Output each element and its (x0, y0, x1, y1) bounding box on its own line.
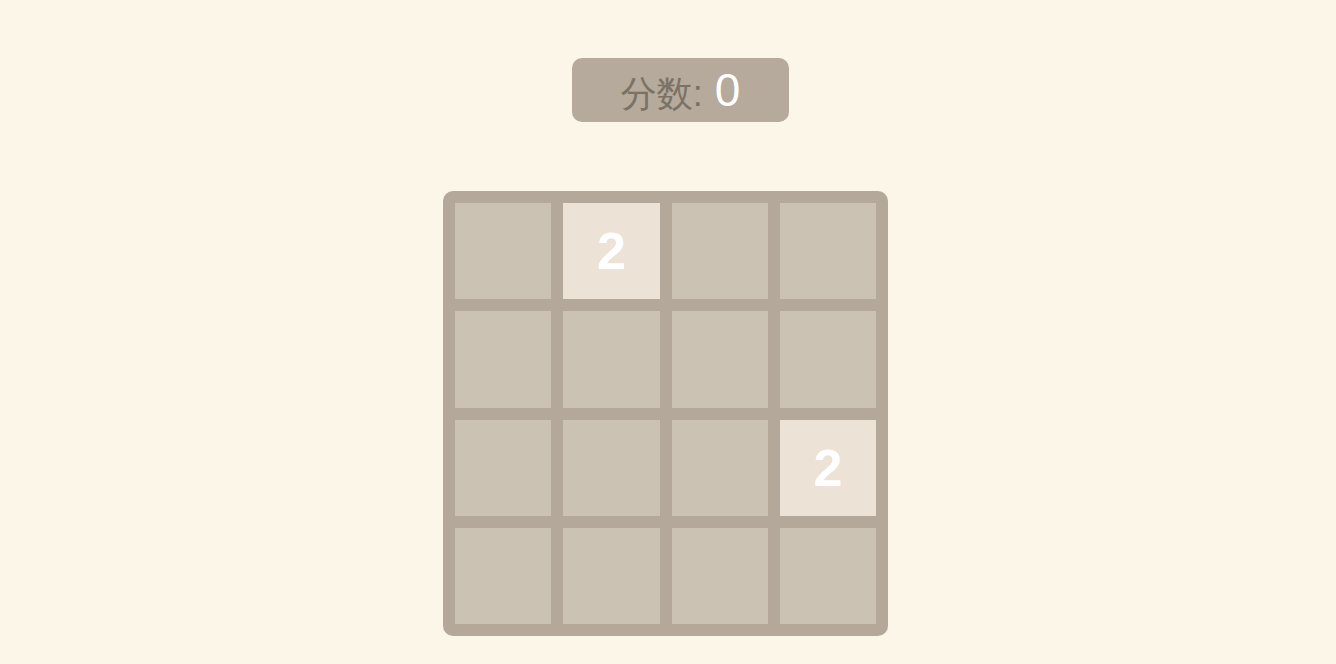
board-cell (563, 528, 659, 624)
board-cell (455, 420, 551, 516)
game-page: 分数: 0 22 (0, 0, 1336, 664)
board[interactable]: 22 (443, 191, 888, 636)
board-cell (672, 203, 768, 299)
score-value: 0 (715, 67, 741, 113)
board-cell (455, 311, 551, 407)
board-cell (780, 203, 876, 299)
board-cell (672, 420, 768, 516)
board-cell (455, 528, 551, 624)
board-cell (780, 311, 876, 407)
score-label: 分数: (621, 71, 703, 117)
board-cell (563, 420, 659, 516)
tile-2: 2 (563, 203, 659, 299)
board-cell (672, 528, 768, 624)
tile-2: 2 (780, 420, 876, 516)
board-cell (672, 311, 768, 407)
score-box: 分数: 0 (572, 58, 789, 122)
board-cell (780, 528, 876, 624)
board-cell (455, 203, 551, 299)
board-cell (563, 311, 659, 407)
